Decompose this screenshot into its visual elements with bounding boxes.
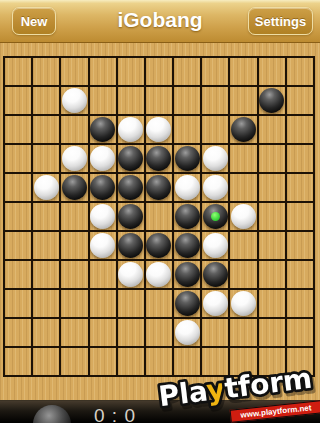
black-stone	[118, 233, 143, 258]
board-cell-r2c5[interactable]	[146, 116, 172, 143]
board-cell-r5c7[interactable]	[202, 203, 228, 230]
black-stone	[175, 146, 200, 171]
black-stone	[175, 233, 200, 258]
board-cell-r4c4[interactable]	[118, 174, 144, 201]
board-cell-r0c7[interactable]	[202, 58, 228, 85]
board-cell-r2c4[interactable]	[118, 116, 144, 143]
board-cell-r3c9[interactable]	[259, 145, 285, 172]
board-cell-r10c2[interactable]	[61, 348, 87, 375]
board-cell-r0c1[interactable]	[33, 58, 59, 85]
board-cell-r0c3[interactable]	[90, 58, 116, 85]
board-cell-r5c6[interactable]	[174, 203, 200, 230]
board-cell-r7c10[interactable]	[287, 261, 313, 288]
board-cell-r6c10[interactable]	[287, 232, 313, 259]
black-stone	[118, 204, 143, 229]
board-cell-r8c6[interactable]	[174, 290, 200, 317]
black-stone	[175, 204, 200, 229]
board-cell-r3c1[interactable]	[33, 145, 59, 172]
board-cell-r9c7[interactable]	[202, 319, 228, 346]
board-cell-r3c10[interactable]	[287, 145, 313, 172]
board-cell-r8c8[interactable]	[230, 290, 256, 317]
board-cell-r9c10[interactable]	[287, 319, 313, 346]
board-cell-r10c7[interactable]	[202, 348, 228, 375]
white-stone	[203, 175, 228, 200]
black-stone	[146, 146, 171, 171]
board-cell-r8c9[interactable]	[259, 290, 285, 317]
board-cell-r2c7[interactable]	[202, 116, 228, 143]
board-cell-r6c1[interactable]	[33, 232, 59, 259]
white-stone	[62, 146, 87, 171]
board-cell-r8c10[interactable]	[287, 290, 313, 317]
white-stone	[118, 117, 143, 142]
black-stone	[231, 117, 256, 142]
board-cell-r1c0[interactable]	[5, 87, 31, 114]
white-stone	[90, 233, 115, 258]
board-cell-r9c3[interactable]	[90, 319, 116, 346]
board-cell-r7c3[interactable]	[90, 261, 116, 288]
white-stone	[203, 233, 228, 258]
board-cell-r7c7[interactable]	[202, 261, 228, 288]
white-stone	[231, 204, 256, 229]
board-cell-r0c2[interactable]	[61, 58, 87, 85]
board-cell-r1c5[interactable]	[146, 87, 172, 114]
board-cell-r5c1[interactable]	[33, 203, 59, 230]
board-cell-r4c5[interactable]	[146, 174, 172, 201]
board-cell-r0c8[interactable]	[230, 58, 256, 85]
board-cell-r6c5[interactable]	[146, 232, 172, 259]
black-stone	[146, 233, 171, 258]
board-cell-r0c10[interactable]	[287, 58, 313, 85]
board-cell-r1c4[interactable]	[118, 87, 144, 114]
board-cell-r4c8[interactable]	[230, 174, 256, 201]
board-cell-r2c8[interactable]	[230, 116, 256, 143]
board-cell-r3c6[interactable]	[174, 145, 200, 172]
board-cell-r9c4[interactable]	[118, 319, 144, 346]
black-stone	[259, 88, 284, 113]
white-stone	[146, 262, 171, 287]
board-cell-r0c0[interactable]	[5, 58, 31, 85]
board-cell-r3c3[interactable]	[90, 145, 116, 172]
board-cell-r7c2[interactable]	[61, 261, 87, 288]
board-cell-r10c0[interactable]	[5, 348, 31, 375]
board-cell-r1c7[interactable]	[202, 87, 228, 114]
board-cell-r10c5[interactable]	[146, 348, 172, 375]
black-stone	[90, 175, 115, 200]
board-cell-r0c4[interactable]	[118, 58, 144, 85]
board-cell-r8c4[interactable]	[118, 290, 144, 317]
white-stone	[118, 262, 143, 287]
board-cell-r7c9[interactable]	[259, 261, 285, 288]
board-cell-r9c6[interactable]	[174, 319, 200, 346]
board-cell-r10c3[interactable]	[90, 348, 116, 375]
board-cell-r8c0[interactable]	[5, 290, 31, 317]
gobang-board	[3, 56, 315, 377]
board-cell-r1c8[interactable]	[230, 87, 256, 114]
board-cell-r2c6[interactable]	[174, 116, 200, 143]
board-cell-r6c8[interactable]	[230, 232, 256, 259]
board-cell-r9c9[interactable]	[259, 319, 285, 346]
board-cell-r5c8[interactable]	[230, 203, 256, 230]
board-cell-r6c0[interactable]	[5, 232, 31, 259]
board-cell-r8c3[interactable]	[90, 290, 116, 317]
board-cell-r9c2[interactable]	[61, 319, 87, 346]
board-cell-r8c5[interactable]	[146, 290, 172, 317]
board-cell-r5c5[interactable]	[146, 203, 172, 230]
board-cell-r0c9[interactable]	[259, 58, 285, 85]
board-cell-r5c3[interactable]	[90, 203, 116, 230]
board-cell-r4c7[interactable]	[202, 174, 228, 201]
board-cell-r1c6[interactable]	[174, 87, 200, 114]
board-cell-r4c2[interactable]	[61, 174, 87, 201]
board-cell-r0c5[interactable]	[146, 58, 172, 85]
board-cell-r6c3[interactable]	[90, 232, 116, 259]
black-stone	[175, 262, 200, 287]
board-cell-r6c7[interactable]	[202, 232, 228, 259]
board-cell-r1c2[interactable]	[61, 87, 87, 114]
board-cell-r10c1[interactable]	[33, 348, 59, 375]
board-cell-r2c9[interactable]	[259, 116, 285, 143]
black-stone	[90, 117, 115, 142]
wood-background	[0, 42, 320, 400]
board-cell-r5c4[interactable]	[118, 203, 144, 230]
white-stone	[175, 175, 200, 200]
white-stone	[90, 146, 115, 171]
board-cell-r10c6[interactable]	[174, 348, 200, 375]
board-cell-r5c9[interactable]	[259, 203, 285, 230]
black-stone	[203, 204, 228, 229]
board-cell-r3c5[interactable]	[146, 145, 172, 172]
board-cell-r7c4[interactable]	[118, 261, 144, 288]
black-player-stone-indicator	[33, 405, 71, 423]
white-stone	[34, 175, 59, 200]
board-cell-r2c0[interactable]	[5, 116, 31, 143]
board-cell-r3c0[interactable]	[5, 145, 31, 172]
board-cell-r10c4[interactable]	[118, 348, 144, 375]
board-cell-r7c6[interactable]	[174, 261, 200, 288]
board-cell-r1c3[interactable]	[90, 87, 116, 114]
black-stone	[62, 175, 87, 200]
board-cell-r8c7[interactable]	[202, 290, 228, 317]
board-cell-r3c8[interactable]	[230, 145, 256, 172]
white-stone	[203, 146, 228, 171]
board-cell-r2c3[interactable]	[90, 116, 116, 143]
board-cell-r9c0[interactable]	[5, 319, 31, 346]
igobang-app-screen: New iGobang Settings 0 : 0 Playtform www…	[0, 0, 320, 423]
board-cell-r5c2[interactable]	[61, 203, 87, 230]
board-cell-r6c2[interactable]	[61, 232, 87, 259]
board-cell-r9c5[interactable]	[146, 319, 172, 346]
black-stone	[203, 262, 228, 287]
board-cell-r4c6[interactable]	[174, 174, 200, 201]
white-stone	[231, 291, 256, 316]
board-cell-r1c10[interactable]	[287, 87, 313, 114]
board-cell-r4c0[interactable]	[5, 174, 31, 201]
white-stone	[146, 117, 171, 142]
board-cell-r1c9[interactable]	[259, 87, 285, 114]
board-cell-r9c8[interactable]	[230, 319, 256, 346]
board-cell-r7c0[interactable]	[5, 261, 31, 288]
board-cell-r7c1[interactable]	[33, 261, 59, 288]
white-stone	[175, 320, 200, 345]
board-cell-r4c3[interactable]	[90, 174, 116, 201]
board-cell-r5c0[interactable]	[5, 203, 31, 230]
board-cell-r3c2[interactable]	[61, 145, 87, 172]
board-cell-r8c1[interactable]	[33, 290, 59, 317]
board-cell-r7c8[interactable]	[230, 261, 256, 288]
board-cell-r2c10[interactable]	[287, 116, 313, 143]
settings-button[interactable]: Settings	[248, 7, 313, 35]
score-display: 0 : 0	[94, 405, 136, 423]
board-cell-r3c4[interactable]	[118, 145, 144, 172]
board-cell-r7c5[interactable]	[146, 261, 172, 288]
white-stone	[203, 291, 228, 316]
board-cell-r8c2[interactable]	[61, 290, 87, 317]
board-cell-r4c9[interactable]	[259, 174, 285, 201]
white-stone	[90, 204, 115, 229]
board-cell-r5c10[interactable]	[287, 203, 313, 230]
board-cell-r6c4[interactable]	[118, 232, 144, 259]
board-cell-r0c6[interactable]	[174, 58, 200, 85]
board-cell-r1c1[interactable]	[33, 87, 59, 114]
black-stone	[146, 175, 171, 200]
white-stone	[62, 88, 87, 113]
black-stone	[175, 291, 200, 316]
black-stone	[118, 146, 143, 171]
playtform-watermark: Playtform www.playtform.net	[156, 376, 320, 423]
board-cell-r9c1[interactable]	[33, 319, 59, 346]
board-cell-r4c10[interactable]	[287, 174, 313, 201]
board-cell-r6c9[interactable]	[259, 232, 285, 259]
navigation-bar: New iGobang Settings	[0, 0, 320, 43]
board-cell-r3c7[interactable]	[202, 145, 228, 172]
board-cell-r2c1[interactable]	[33, 116, 59, 143]
black-stone	[118, 175, 143, 200]
last-move-marker	[211, 212, 220, 221]
board-cell-r2c2[interactable]	[61, 116, 87, 143]
board-cell-r6c6[interactable]	[174, 232, 200, 259]
board-cell-r4c1[interactable]	[33, 174, 59, 201]
